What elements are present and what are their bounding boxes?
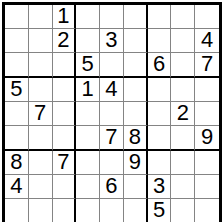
cell-r8c5[interactable]: 6: [100, 175, 124, 199]
cell-r3c2[interactable]: [29, 53, 53, 78]
cell-r2c9[interactable]: 4: [195, 29, 219, 53]
cell-r9c4[interactable]: [76, 199, 100, 222]
cell-r5c6[interactable]: [124, 102, 148, 126]
cell-r7c4[interactable]: [76, 151, 100, 175]
cell-r6c3[interactable]: [53, 126, 77, 151]
cell-r2c6[interactable]: [124, 29, 148, 53]
cell-r4c2[interactable]: [29, 78, 53, 102]
cell-r1c3[interactable]: 1: [53, 5, 77, 29]
cell-r3c3[interactable]: [53, 53, 77, 78]
cell-r8c7[interactable]: 3: [148, 175, 172, 199]
cell-r9c7[interactable]: 5: [148, 199, 172, 222]
cell-r1c4[interactable]: [76, 5, 100, 29]
cell-r3c1[interactable]: [5, 53, 29, 78]
cell-r3c7[interactable]: 6: [148, 53, 172, 78]
cell-r7c3[interactable]: 7: [53, 151, 77, 175]
cell-r9c5[interactable]: [100, 199, 124, 222]
cell-r7c1[interactable]: 8: [5, 151, 29, 175]
cell-r2c4[interactable]: [76, 29, 100, 53]
cell-r4c6[interactable]: [124, 78, 148, 102]
cell-r1c2[interactable]: [29, 5, 53, 29]
cell-r9c2[interactable]: [29, 199, 53, 222]
cell-r1c5[interactable]: [100, 5, 124, 29]
cell-r1c8[interactable]: [171, 5, 195, 29]
cell-r2c3[interactable]: 2: [53, 29, 77, 53]
cell-r8c8[interactable]: [171, 175, 195, 199]
cell-r3c9[interactable]: 7: [195, 53, 219, 78]
cell-r7c2[interactable]: [29, 151, 53, 175]
cell-r6c4[interactable]: [76, 126, 100, 151]
cell-r6c8[interactable]: [171, 126, 195, 151]
cell-r2c7[interactable]: [148, 29, 172, 53]
cell-r9c1[interactable]: [5, 199, 29, 222]
cell-r3c6[interactable]: [124, 53, 148, 78]
cell-r3c4[interactable]: 5: [76, 53, 100, 78]
sudoku-page: 1234567514727898794635: [0, 0, 224, 224]
cell-r5c9[interactable]: [195, 102, 219, 126]
cell-r9c9[interactable]: [195, 199, 219, 222]
cell-r6c7[interactable]: [148, 126, 172, 151]
cell-r1c7[interactable]: [148, 5, 172, 29]
cell-r7c9[interactable]: [195, 151, 219, 175]
cell-r8c6[interactable]: [124, 175, 148, 199]
cell-r5c8[interactable]: 2: [171, 102, 195, 126]
cell-r7c6[interactable]: 9: [124, 151, 148, 175]
cell-r6c5[interactable]: 7: [100, 126, 124, 151]
cell-r7c5[interactable]: [100, 151, 124, 175]
cell-r1c9[interactable]: [195, 5, 219, 29]
cell-r8c9[interactable]: [195, 175, 219, 199]
cell-r1c1[interactable]: [5, 5, 29, 29]
cell-r4c7[interactable]: [148, 78, 172, 102]
cell-r8c4[interactable]: [76, 175, 100, 199]
cell-r9c6[interactable]: [124, 199, 148, 222]
cell-r6c9[interactable]: 9: [195, 126, 219, 151]
cell-r5c4[interactable]: [76, 102, 100, 126]
cell-r4c8[interactable]: [171, 78, 195, 102]
cell-r8c2[interactable]: [29, 175, 53, 199]
cell-r2c1[interactable]: [5, 29, 29, 53]
cell-r1c6[interactable]: [124, 5, 148, 29]
cell-r5c1[interactable]: [5, 102, 29, 126]
cell-r2c2[interactable]: [29, 29, 53, 53]
cell-r5c3[interactable]: [53, 102, 77, 126]
cell-r7c7[interactable]: [148, 151, 172, 175]
cell-r5c7[interactable]: [148, 102, 172, 126]
cell-r7c8[interactable]: [171, 151, 195, 175]
cell-r5c5[interactable]: [100, 102, 124, 126]
cell-r6c6[interactable]: 8: [124, 126, 148, 151]
cell-r3c8[interactable]: [171, 53, 195, 78]
cell-r4c5[interactable]: 4: [100, 78, 124, 102]
cell-r8c3[interactable]: [53, 175, 77, 199]
cell-r9c8[interactable]: [171, 199, 195, 222]
cell-r8c1[interactable]: 4: [5, 175, 29, 199]
cell-r4c3[interactable]: [53, 78, 77, 102]
cell-r6c1[interactable]: [5, 126, 29, 151]
cell-r4c4[interactable]: 1: [76, 78, 100, 102]
cell-r4c1[interactable]: 5: [5, 78, 29, 102]
cell-r5c2[interactable]: 7: [29, 102, 53, 126]
cell-r6c2[interactable]: [29, 126, 53, 151]
cell-r2c5[interactable]: 3: [100, 29, 124, 53]
cell-r4c9[interactable]: [195, 78, 219, 102]
sudoku-board: 1234567514727898794635: [2, 2, 222, 222]
cell-r3c5[interactable]: [100, 53, 124, 78]
cell-r9c3[interactable]: [53, 199, 77, 222]
cell-r2c8[interactable]: [171, 29, 195, 53]
